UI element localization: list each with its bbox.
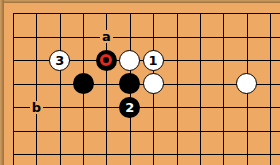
white-stone (236, 73, 257, 94)
point-label-a: a (100, 30, 113, 43)
board-point (118, 48, 141, 72)
marked-black-stone (96, 50, 117, 71)
board-point (118, 72, 141, 96)
board-point: a (95, 25, 118, 49)
board-point: 2 (118, 95, 141, 119)
white-stone (119, 50, 140, 71)
white-stone (143, 73, 164, 94)
move-number: 3 (55, 54, 64, 67)
board-point (235, 72, 258, 96)
board-point: 3 (48, 48, 71, 72)
board-point (141, 72, 164, 96)
board-frame-left (0, 0, 4, 165)
white-stone-1: 1 (143, 50, 164, 71)
black-stone-2: 2 (119, 97, 140, 118)
board-point: b (25, 95, 48, 119)
board-point (71, 72, 94, 96)
board-point (95, 48, 118, 72)
black-stone (73, 73, 94, 94)
board-frame-top (0, 0, 280, 3)
stones-grid: 312ab (1, 1, 280, 165)
circle-mark-icon (100, 54, 112, 66)
board-point: 1 (141, 48, 164, 72)
point-label-b: b (30, 101, 43, 114)
black-stone (119, 73, 140, 94)
move-number: 1 (149, 54, 158, 67)
move-number: 2 (125, 101, 134, 114)
go-board: 312ab (0, 0, 280, 165)
white-stone-3: 3 (49, 50, 70, 71)
